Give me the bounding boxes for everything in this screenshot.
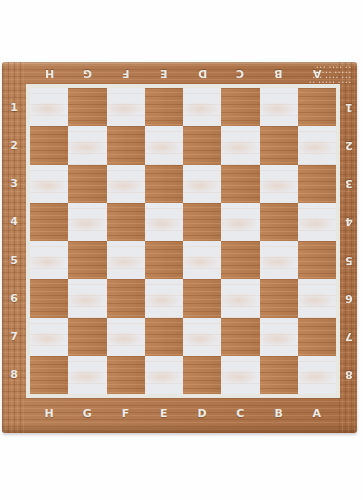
square-b5[interactable] — [260, 241, 298, 279]
square-f6[interactable] — [107, 279, 145, 317]
coord-label-cell: 1 — [2, 88, 26, 126]
chessboard: HGFEDCBA HGFEDCBA 12345678 12345678 ∙∙∙∙… — [2, 62, 357, 433]
square-f7[interactable] — [107, 318, 145, 356]
square-h6[interactable] — [30, 279, 68, 317]
square-f3[interactable] — [107, 165, 145, 203]
rank-labels-right: 12345678 — [340, 88, 357, 394]
board-photo: HGFEDCBA HGFEDCBA 12345678 12345678 ∙∙∙∙… — [0, 0, 363, 500]
coord-label: D — [198, 407, 207, 420]
square-h7[interactable] — [30, 318, 68, 356]
coord-label-cell: C — [221, 398, 259, 428]
coord-label: C — [236, 67, 244, 80]
square-b6[interactable] — [260, 279, 298, 317]
coord-label-cell: 6 — [340, 279, 357, 317]
square-e3[interactable] — [145, 165, 183, 203]
square-b7[interactable] — [260, 318, 298, 356]
square-g1[interactable] — [68, 88, 106, 126]
file-labels-bottom: HGFEDCBA — [30, 398, 336, 428]
square-a1[interactable] — [298, 88, 336, 126]
coord-label: 4 — [10, 215, 18, 228]
square-e8[interactable] — [145, 356, 183, 394]
square-g8[interactable] — [68, 356, 106, 394]
square-a3[interactable] — [298, 165, 336, 203]
square-c1[interactable] — [221, 88, 259, 126]
square-c7[interactable] — [221, 318, 259, 356]
square-b8[interactable] — [260, 356, 298, 394]
coord-label: B — [274, 67, 282, 80]
square-g6[interactable] — [68, 279, 106, 317]
playing-area — [26, 84, 340, 398]
square-d7[interactable] — [183, 318, 221, 356]
coord-label: 8 — [345, 368, 353, 381]
rank-labels-left: 12345678 — [2, 88, 26, 394]
coord-label: 1 — [10, 101, 18, 114]
square-h5[interactable] — [30, 241, 68, 279]
square-c4[interactable] — [221, 203, 259, 241]
coord-label-cell: 7 — [2, 318, 26, 356]
square-d3[interactable] — [183, 165, 221, 203]
square-c3[interactable] — [221, 165, 259, 203]
coord-label-cell: 5 — [340, 241, 357, 279]
manufacturer-stamp: ∙∙∙∙ ∙∙∙∙∙ ∙∙∙∙∙ ∙∙∙∙ ∙∙∙∙∙∙∙∙ ∙∙∙ ∙∙∙∙ … — [301, 65, 351, 85]
coord-label-cell: 2 — [2, 126, 26, 164]
square-h1[interactable] — [30, 88, 68, 126]
square-a5[interactable] — [298, 241, 336, 279]
coord-label-cell: 3 — [2, 165, 26, 203]
stamp-line: ∙∙ ∙∙∙∙ ∙∙∙ — [301, 65, 351, 70]
square-a2[interactable] — [298, 126, 336, 164]
square-e5[interactable] — [145, 241, 183, 279]
square-d4[interactable] — [183, 203, 221, 241]
coord-label: F — [122, 67, 130, 80]
file-labels-top: HGFEDCBA — [30, 62, 336, 84]
coord-label-cell: 8 — [2, 356, 26, 394]
coord-label: 2 — [10, 139, 18, 152]
coord-label: 7 — [345, 330, 353, 343]
coord-label-cell: 5 — [2, 241, 26, 279]
square-d8[interactable] — [183, 356, 221, 394]
square-g3[interactable] — [68, 165, 106, 203]
coord-label-cell: F — [107, 62, 145, 84]
coord-label: D — [198, 67, 207, 80]
coord-label: 5 — [345, 254, 353, 267]
square-d2[interactable] — [183, 126, 221, 164]
square-a4[interactable] — [298, 203, 336, 241]
square-a7[interactable] — [298, 318, 336, 356]
square-e7[interactable] — [145, 318, 183, 356]
coord-label-cell: G — [68, 62, 106, 84]
square-f4[interactable] — [107, 203, 145, 241]
square-g7[interactable] — [68, 318, 106, 356]
coord-label: 8 — [10, 368, 18, 381]
square-e2[interactable] — [145, 126, 183, 164]
square-d6[interactable] — [183, 279, 221, 317]
coord-label: H — [45, 407, 54, 420]
coord-label-cell: D — [183, 398, 221, 428]
coord-label: B — [274, 407, 282, 420]
coord-label: G — [83, 67, 92, 80]
square-g5[interactable] — [68, 241, 106, 279]
square-f5[interactable] — [107, 241, 145, 279]
coord-label-cell: B — [260, 398, 298, 428]
coord-label: 5 — [10, 254, 18, 267]
square-f8[interactable] — [107, 356, 145, 394]
coord-label-cell: 3 — [340, 165, 357, 203]
coord-label-cell: 4 — [2, 203, 26, 241]
coord-label-cell: H — [30, 62, 68, 84]
square-e4[interactable] — [145, 203, 183, 241]
square-a6[interactable] — [298, 279, 336, 317]
square-c5[interactable] — [221, 241, 259, 279]
coord-label: E — [160, 67, 168, 80]
coord-label: 1 — [345, 101, 353, 114]
coord-label-cell: C — [221, 62, 259, 84]
coord-label-cell: A — [298, 398, 336, 428]
coord-label-cell: B — [260, 62, 298, 84]
square-c2[interactable] — [221, 126, 259, 164]
coord-label: 6 — [10, 292, 18, 305]
coord-label: C — [236, 407, 244, 420]
coord-label-cell: 4 — [340, 203, 357, 241]
square-b3[interactable] — [260, 165, 298, 203]
coord-label-cell: E — [145, 62, 183, 84]
square-d5[interactable] — [183, 241, 221, 279]
square-h8[interactable] — [30, 356, 68, 394]
coord-label: 7 — [10, 330, 18, 343]
square-h4[interactable] — [30, 203, 68, 241]
coord-label: 4 — [345, 215, 353, 228]
square-b1[interactable] — [260, 88, 298, 126]
square-f1[interactable] — [107, 88, 145, 126]
square-e6[interactable] — [145, 279, 183, 317]
square-c8[interactable] — [221, 356, 259, 394]
coord-label-cell: 2 — [340, 126, 357, 164]
stamp-line: ∙∙∙∙ ∙∙∙∙∙ ∙∙ — [301, 80, 351, 85]
coord-label: 2 — [345, 139, 353, 152]
coord-label-cell: 8 — [340, 356, 357, 394]
coord-label: G — [83, 407, 92, 420]
square-a8[interactable] — [298, 356, 336, 394]
square-d1[interactable] — [183, 88, 221, 126]
coord-label: 3 — [345, 177, 353, 190]
coord-label-cell: E — [145, 398, 183, 428]
coord-label-cell: H — [30, 398, 68, 428]
coord-label-cell: D — [183, 62, 221, 84]
square-b4[interactable] — [260, 203, 298, 241]
coord-label-cell: G — [68, 398, 106, 428]
coord-label: 6 — [345, 292, 353, 305]
square-g4[interactable] — [68, 203, 106, 241]
coord-label: F — [122, 407, 130, 420]
square-h3[interactable] — [30, 165, 68, 203]
square-f2[interactable] — [107, 126, 145, 164]
coord-label-cell: 6 — [2, 279, 26, 317]
square-h2[interactable] — [30, 126, 68, 164]
coord-label-cell: F — [107, 398, 145, 428]
coord-label: A — [313, 407, 322, 420]
coord-label-cell: 1 — [340, 88, 357, 126]
square-g2[interactable] — [68, 126, 106, 164]
square-e1[interactable] — [145, 88, 183, 126]
coord-label: 3 — [10, 177, 18, 190]
coord-label: E — [160, 407, 168, 420]
square-b2[interactable] — [260, 126, 298, 164]
stamp-line: ∙∙∙∙∙ ∙∙∙ ∙∙ — [301, 70, 351, 75]
coord-label-cell: 7 — [340, 318, 357, 356]
coord-label: H — [45, 67, 54, 80]
square-c6[interactable] — [221, 279, 259, 317]
